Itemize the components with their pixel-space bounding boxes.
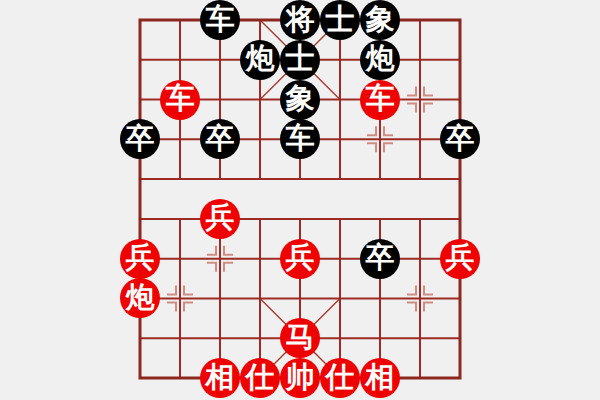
piece-black-chariot[interactable]: 车	[280, 119, 320, 159]
piece-glyph: 士	[286, 44, 315, 73]
piece-red-soldier[interactable]: 兵	[200, 199, 240, 239]
piece-red-chariot[interactable]: 车	[360, 80, 400, 120]
piece-glyph: 相	[206, 363, 235, 392]
piece-black-cannon[interactable]: 炮	[360, 40, 400, 80]
piece-red-chariot[interactable]: 车	[160, 80, 200, 120]
piece-black-elephant[interactable]: 象	[280, 80, 320, 120]
piece-red-cannon[interactable]: 炮	[120, 278, 160, 318]
piece-red-advisor[interactable]: 仕	[320, 358, 360, 398]
piece-glyph: 士	[326, 5, 355, 34]
piece-red-elephant[interactable]: 相	[200, 358, 240, 398]
piece-glyph: 兵	[286, 243, 315, 272]
xiangqi-app: 车将士象炮士炮车象车卒卒车卒兵兵兵卒兵炮马相仕帅仕相	[0, 0, 600, 400]
piece-glyph: 象	[366, 5, 395, 34]
piece-glyph: 象	[286, 84, 315, 113]
pieces-layer: 车将士象炮士炮车象车卒卒车卒兵兵兵卒兵炮马相仕帅仕相	[0, 0, 600, 400]
piece-black-elephant[interactable]: 象	[360, 0, 400, 40]
piece-red-soldier[interactable]: 兵	[120, 239, 160, 279]
piece-glyph: 帅	[286, 363, 315, 392]
piece-red-soldier[interactable]: 兵	[440, 239, 480, 279]
piece-red-general[interactable]: 帅	[280, 358, 320, 398]
piece-black-chariot[interactable]: 车	[200, 0, 240, 40]
piece-glyph: 仕	[246, 363, 275, 392]
piece-red-elephant[interactable]: 相	[360, 358, 400, 398]
piece-red-advisor[interactable]: 仕	[240, 358, 280, 398]
piece-red-soldier[interactable]: 兵	[280, 239, 320, 279]
piece-black-soldier[interactable]: 卒	[200, 119, 240, 159]
piece-glyph: 车	[286, 124, 315, 153]
piece-glyph: 马	[286, 323, 315, 352]
piece-glyph: 车	[206, 5, 235, 34]
piece-glyph: 车	[366, 84, 395, 113]
piece-red-horse[interactable]: 马	[280, 318, 320, 358]
piece-glyph: 卒	[206, 124, 235, 153]
piece-glyph: 兵	[206, 203, 235, 232]
piece-glyph: 车	[166, 84, 195, 113]
piece-glyph: 兵	[446, 243, 475, 272]
piece-black-soldier[interactable]: 卒	[440, 119, 480, 159]
piece-black-cannon[interactable]: 炮	[240, 40, 280, 80]
piece-black-advisor[interactable]: 士	[280, 40, 320, 80]
piece-glyph: 炮	[246, 44, 275, 73]
piece-glyph: 卒	[126, 124, 155, 153]
piece-black-general[interactable]: 将	[280, 0, 320, 40]
piece-glyph: 炮	[126, 283, 155, 312]
piece-glyph: 将	[286, 5, 315, 34]
piece-glyph: 炮	[366, 44, 395, 73]
piece-glyph: 仕	[326, 363, 355, 392]
piece-glyph: 卒	[446, 124, 475, 153]
piece-black-advisor[interactable]: 士	[320, 0, 360, 40]
piece-black-soldier[interactable]: 卒	[120, 119, 160, 159]
piece-glyph: 相	[366, 363, 395, 392]
piece-glyph: 卒	[366, 243, 395, 272]
piece-black-soldier[interactable]: 卒	[360, 239, 400, 279]
piece-glyph: 兵	[126, 243, 155, 272]
